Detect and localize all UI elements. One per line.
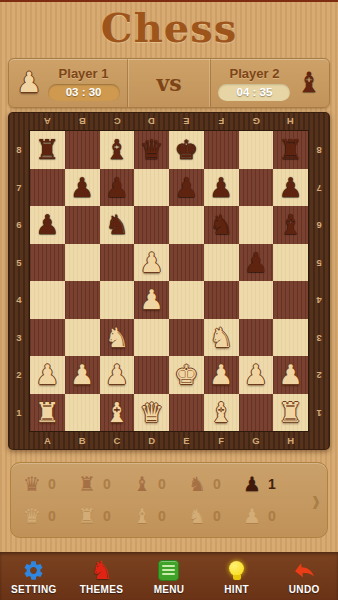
square-c3[interactable]: ♞ <box>100 319 135 357</box>
captured-black-queen-count: 0 <box>48 476 56 492</box>
coord-label: D <box>134 431 169 450</box>
coord-label: E <box>169 112 204 131</box>
square-e6[interactable] <box>169 206 204 244</box>
chess-board: ♜♝♛♚♜♟♟♟♟♟♟♞♞♝♟♟♟♞♞♟♟♟♚♟♟♟♜♝♛♝♜ <box>30 131 308 431</box>
piece-black-rook[interactable]: ♜ <box>279 136 303 163</box>
piece-black-pawn[interactable]: ♟ <box>174 174 198 201</box>
square-g7[interactable] <box>239 169 274 207</box>
coord-label: 1 <box>308 394 330 432</box>
captured-black-pawn: ♟1 <box>243 474 293 494</box>
square-d6[interactable] <box>134 206 169 244</box>
square-a2[interactable]: ♟ <box>30 356 65 394</box>
coord-label: B <box>65 112 100 131</box>
menu-icon <box>158 558 179 583</box>
captured-white-queen: ♛0 <box>23 506 73 526</box>
square-c6[interactable]: ♞ <box>100 206 135 244</box>
coord-label: B <box>65 431 100 450</box>
setting-button[interactable]: SETTING <box>2 558 66 595</box>
piece-black-pawn[interactable]: ♟ <box>70 174 94 201</box>
player1-name: Player 1 <box>59 66 109 81</box>
piece-white-pawn[interactable]: ♟ <box>244 361 268 388</box>
square-d7[interactable] <box>134 169 169 207</box>
piece-black-bishop[interactable]: ♝ <box>105 136 129 163</box>
square-h6[interactable]: ♝ <box>273 206 308 244</box>
square-d1[interactable]: ♛ <box>134 394 169 432</box>
piece-black-knight[interactable]: ♞ <box>105 211 129 238</box>
coord-label: 1 <box>8 394 30 432</box>
coord-label: 4 <box>308 281 330 319</box>
coord-label: 6 <box>8 206 30 244</box>
coord-label: 3 <box>308 319 330 357</box>
themes-button[interactable]: ♞THEMES <box>69 558 133 595</box>
square-b5[interactable] <box>65 244 100 282</box>
coord-label: A <box>30 431 65 450</box>
undo-label: UNDO <box>289 584 320 595</box>
piece-white-pawn[interactable]: ♟ <box>35 361 59 388</box>
knight-icon: ♞ <box>90 558 112 583</box>
square-f5[interactable] <box>204 244 239 282</box>
piece-black-pawn[interactable]: ♟ <box>35 211 59 238</box>
captured-white-rook-count: 0 <box>103 508 111 524</box>
vs-label: vs <box>156 70 181 96</box>
black-bishop-icon: ♝ <box>296 69 321 97</box>
piece-black-bishop[interactable]: ♝ <box>279 211 303 238</box>
square-b7[interactable]: ♟ <box>65 169 100 207</box>
captured-black-rook: ♜0 <box>78 474 128 494</box>
square-e8[interactable]: ♚ <box>169 131 204 169</box>
square-a4[interactable] <box>30 281 65 319</box>
square-c1[interactable]: ♝ <box>100 394 135 432</box>
square-e4[interactable] <box>169 281 204 319</box>
coord-label: 8 <box>308 131 330 169</box>
captured-white-pawn-count: 0 <box>268 508 276 524</box>
piece-black-queen[interactable]: ♛ <box>140 136 164 163</box>
square-c2[interactable]: ♟ <box>100 356 135 394</box>
black-knight-icon: ♞ <box>188 474 206 494</box>
square-d2[interactable] <box>134 356 169 394</box>
piece-white-pawn[interactable]: ♟ <box>105 361 129 388</box>
square-d4[interactable]: ♟ <box>134 281 169 319</box>
menu-button[interactable]: MENU <box>137 558 201 595</box>
captured-white-queen-count: 0 <box>48 508 56 524</box>
square-a5[interactable] <box>30 244 65 282</box>
square-c4[interactable] <box>100 281 135 319</box>
piece-white-knight[interactable]: ♞ <box>209 324 233 351</box>
piece-black-pawn[interactable]: ♟ <box>244 249 268 276</box>
setting-label: SETTING <box>11 584 56 595</box>
black-queen-icon: ♛ <box>23 474 41 494</box>
piece-white-queen[interactable]: ♛ <box>140 399 164 426</box>
captured-white-pawn: ♟0 <box>243 506 293 526</box>
chess-board-frame: ABCDEFGH ABCDEFGH 87654321 87654321 ♜♝♛♚… <box>8 112 330 450</box>
square-b6[interactable] <box>65 206 100 244</box>
square-b8[interactable] <box>65 131 100 169</box>
square-g1[interactable] <box>239 394 274 432</box>
square-b3[interactable] <box>65 319 100 357</box>
square-c5[interactable] <box>100 244 135 282</box>
bottom-toolbar: SETTING♞THEMESMENUHINTUNDO <box>0 552 338 600</box>
square-h1[interactable]: ♜ <box>273 394 308 432</box>
square-h4[interactable] <box>273 281 308 319</box>
coord-label: H <box>273 431 308 450</box>
captured-row-black: ♛0♜0♝0♞0♟1 <box>23 474 293 494</box>
piece-black-rook[interactable]: ♜ <box>35 136 59 163</box>
square-c7[interactable]: ♟ <box>100 169 135 207</box>
piece-white-pawn[interactable]: ♟ <box>70 361 94 388</box>
piece-black-pawn[interactable]: ♟ <box>279 174 303 201</box>
coord-label: 5 <box>8 244 30 282</box>
square-e2[interactable]: ♚ <box>169 356 204 394</box>
undo-arrow-icon <box>292 558 316 583</box>
square-e1[interactable] <box>169 394 204 432</box>
coord-label: 5 <box>308 244 330 282</box>
square-b1[interactable] <box>65 394 100 432</box>
menu-label: MENU <box>154 584 185 595</box>
expand-chevron-icon[interactable]: › <box>312 483 320 517</box>
coord-label: A <box>30 112 65 131</box>
captured-black-bishop: ♝0 <box>133 474 183 494</box>
square-f3[interactable]: ♞ <box>204 319 239 357</box>
coord-label: 2 <box>8 356 30 394</box>
coord-label: F <box>204 112 239 131</box>
coord-label: 4 <box>8 281 30 319</box>
rank-labels-left: 87654321 <box>8 131 30 431</box>
white-knight-icon: ♞ <box>188 506 206 526</box>
square-h8[interactable]: ♜ <box>273 131 308 169</box>
rank-labels-right: 87654321 <box>308 131 330 431</box>
captured-row-white: ♛0♜0♝0♞0♟0 <box>23 506 293 526</box>
piece-black-king[interactable]: ♚ <box>174 136 198 163</box>
square-f2[interactable]: ♟ <box>204 356 239 394</box>
square-g3[interactable] <box>239 319 274 357</box>
captured-black-queen: ♛0 <box>23 474 73 494</box>
square-e7[interactable]: ♟ <box>169 169 204 207</box>
square-g8[interactable] <box>239 131 274 169</box>
coord-label: 8 <box>8 131 30 169</box>
square-a8[interactable]: ♜ <box>30 131 65 169</box>
player1-panel: ♟ Player 1 03 : 30 <box>9 66 127 101</box>
piece-white-rook[interactable]: ♜ <box>35 399 59 426</box>
piece-white-bishop[interactable]: ♝ <box>105 399 129 426</box>
bulb-icon <box>229 558 244 583</box>
piece-white-king[interactable]: ♚ <box>174 361 198 388</box>
square-g2[interactable]: ♟ <box>239 356 274 394</box>
coord-label: 6 <box>308 206 330 244</box>
piece-white-pawn[interactable]: ♟ <box>279 361 303 388</box>
black-rook-icon: ♜ <box>78 474 96 494</box>
piece-white-knight[interactable]: ♞ <box>105 324 129 351</box>
captured-black-bishop-count: 0 <box>158 476 166 492</box>
page-title: Chess <box>0 2 338 54</box>
piece-white-pawn[interactable]: ♟ <box>140 286 164 313</box>
square-f4[interactable] <box>204 281 239 319</box>
square-g6[interactable] <box>239 206 274 244</box>
undo-button[interactable]: UNDO <box>272 558 336 595</box>
player2-clock: 04 : 35 <box>218 84 290 101</box>
square-g4[interactable] <box>239 281 274 319</box>
captured-black-pawn-count: 1 <box>268 476 276 492</box>
square-a1[interactable]: ♜ <box>30 394 65 432</box>
player1-clock: 03 : 30 <box>48 84 120 101</box>
chess-app: Chess ♟ Player 1 03 : 30 vs Player 2 04 … <box>0 0 338 600</box>
square-a3[interactable] <box>30 319 65 357</box>
coord-label: G <box>239 431 274 450</box>
hint-label: HINT <box>224 584 249 595</box>
black-pawn-icon: ♟ <box>243 474 261 494</box>
square-d3[interactable] <box>134 319 169 357</box>
piece-white-rook[interactable]: ♜ <box>279 399 303 426</box>
square-f8[interactable] <box>204 131 239 169</box>
themes-label: THEMES <box>80 584 123 595</box>
piece-black-pawn[interactable]: ♟ <box>209 174 233 201</box>
player2-name: Player 2 <box>230 66 280 81</box>
square-d8[interactable]: ♛ <box>134 131 169 169</box>
coord-label: 2 <box>308 356 330 394</box>
black-bishop-icon: ♝ <box>133 474 151 494</box>
captured-black-knight-count: 0 <box>213 476 221 492</box>
coord-label: G <box>239 112 274 131</box>
file-labels-bottom: ABCDEFGH <box>30 431 308 450</box>
square-f1[interactable]: ♝ <box>204 394 239 432</box>
captured-black-knight: ♞0 <box>188 474 238 494</box>
square-c8[interactable]: ♝ <box>100 131 135 169</box>
captured-white-knight: ♞0 <box>188 506 238 526</box>
square-f7[interactable]: ♟ <box>204 169 239 207</box>
coord-label: C <box>100 431 135 450</box>
captured-white-rook: ♜0 <box>78 506 128 526</box>
coord-label: D <box>134 112 169 131</box>
coord-label: 7 <box>8 169 30 207</box>
coord-label: C <box>100 112 135 131</box>
square-h3[interactable] <box>273 319 308 357</box>
player-bar: ♟ Player 1 03 : 30 vs Player 2 04 : 35 ♝ <box>8 58 330 108</box>
coord-label: H <box>273 112 308 131</box>
piece-white-pawn[interactable]: ♟ <box>209 361 233 388</box>
square-e3[interactable] <box>169 319 204 357</box>
coord-label: 3 <box>8 319 30 357</box>
square-h7[interactable]: ♟ <box>273 169 308 207</box>
square-b2[interactable]: ♟ <box>65 356 100 394</box>
square-b4[interactable] <box>65 281 100 319</box>
white-queen-icon: ♛ <box>23 506 41 526</box>
white-pawn-icon: ♟ <box>243 506 261 526</box>
piece-white-bishop[interactable]: ♝ <box>209 399 233 426</box>
captured-white-bishop: ♝0 <box>133 506 183 526</box>
piece-black-knight[interactable]: ♞ <box>209 211 233 238</box>
player2-panel: Player 2 04 : 35 ♝ <box>211 66 329 101</box>
square-h5[interactable] <box>273 244 308 282</box>
piece-black-pawn[interactable]: ♟ <box>105 174 129 201</box>
square-h2[interactable]: ♟ <box>273 356 308 394</box>
square-f6[interactable]: ♞ <box>204 206 239 244</box>
coord-label: 7 <box>308 169 330 207</box>
square-e5[interactable] <box>169 244 204 282</box>
coord-label: E <box>169 431 204 450</box>
hint-button[interactable]: HINT <box>205 558 269 595</box>
coord-label: F <box>204 431 239 450</box>
white-pawn-icon: ♟ <box>16 69 41 97</box>
captured-white-knight-count: 0 <box>213 508 221 524</box>
gear-icon <box>22 558 45 583</box>
file-labels-top: ABCDEFGH <box>30 112 308 131</box>
vs-separator: vs <box>127 59 211 107</box>
white-rook-icon: ♜ <box>78 506 96 526</box>
square-g5[interactable]: ♟ <box>239 244 274 282</box>
square-d5[interactable]: ♟ <box>134 244 169 282</box>
captured-black-rook-count: 0 <box>103 476 111 492</box>
square-a7[interactable] <box>30 169 65 207</box>
square-a6[interactable]: ♟ <box>30 206 65 244</box>
piece-white-pawn[interactable]: ♟ <box>140 249 164 276</box>
captured-pieces-tray: ♛0♜0♝0♞0♟1♛0♜0♝0♞0♟0 › <box>10 462 328 538</box>
captured-white-bishop-count: 0 <box>158 508 166 524</box>
white-bishop-icon: ♝ <box>133 506 151 526</box>
